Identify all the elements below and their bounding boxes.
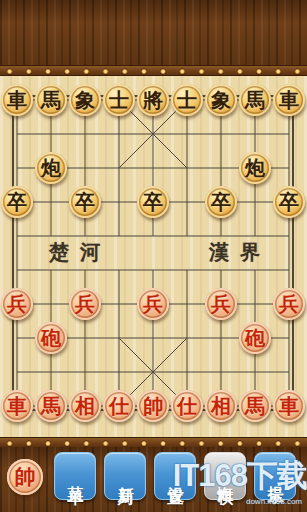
piece-glyph: 車 [279, 390, 299, 422]
board-cell-7-0[interactable] [0, 321, 34, 355]
settings-button[interactable]: 设置 [154, 452, 196, 500]
board-grid: 車馬象士將士象馬車炮炮卒卒卒卒卒兵兵兵兵兵砲砲車馬相仕帥仕相馬車 [0, 83, 306, 423]
board-cell-7-3[interactable] [102, 321, 136, 355]
board-cell-1-1[interactable] [34, 117, 68, 151]
board-cell-4-8[interactable] [272, 219, 306, 253]
piece-glyph: 兵 [7, 288, 27, 320]
board-cell-9-2[interactable]: 相 [68, 389, 102, 423]
piece-red-帥[interactable]: 帥 [137, 390, 169, 422]
board-cell-3-4[interactable]: 卒 [136, 185, 170, 219]
board-cell-5-5[interactable] [170, 253, 204, 287]
piece-red-相[interactable]: 相 [205, 390, 237, 422]
piece-glyph: 相 [211, 390, 231, 422]
turn-indicator-label: 帥 [15, 459, 36, 495]
piece-glyph: 兵 [211, 288, 231, 320]
board-cell-4-1[interactable] [34, 219, 68, 253]
board-cell-6-7[interactable] [238, 287, 272, 321]
piece-black-卒[interactable]: 卒 [1, 186, 33, 218]
piece-black-卒[interactable]: 卒 [69, 186, 101, 218]
board-cell-6-3[interactable] [102, 287, 136, 321]
undo-button-label: 悔棋 [215, 473, 236, 479]
piece-red-馬[interactable]: 馬 [239, 390, 271, 422]
board-cell-8-8[interactable] [272, 355, 306, 389]
settings-button-label: 设置 [165, 473, 186, 479]
piece-red-兵[interactable]: 兵 [69, 288, 101, 320]
board-cell-7-5[interactable] [170, 321, 204, 355]
piece-black-炮[interactable]: 炮 [239, 152, 271, 184]
board-cell-6-8[interactable]: 兵 [272, 287, 306, 321]
board-cell-1-5[interactable] [170, 117, 204, 151]
piece-black-象[interactable]: 象 [69, 84, 101, 116]
piece-black-馬[interactable]: 馬 [239, 84, 271, 116]
board-cell-9-4[interactable]: 帥 [136, 389, 170, 423]
piece-glyph: 炮 [245, 152, 265, 184]
board-cell-2-8[interactable] [272, 151, 306, 185]
board-cell-7-8[interactable] [272, 321, 306, 355]
board-cell-9-3[interactable]: 仕 [102, 389, 136, 423]
piece-red-兵[interactable]: 兵 [273, 288, 305, 320]
board-cell-7-6[interactable] [204, 321, 238, 355]
board-cell-4-3[interactable] [102, 219, 136, 253]
board-cell-0-0[interactable]: 車 [0, 83, 34, 117]
board-cell-6-2[interactable]: 兵 [68, 287, 102, 321]
board-cell-6-0[interactable]: 兵 [0, 287, 34, 321]
board-cell-0-6[interactable]: 象 [204, 83, 238, 117]
piece-glyph: 馬 [245, 390, 265, 422]
board-cell-9-5[interactable]: 仕 [170, 389, 204, 423]
piece-glyph: 車 [7, 84, 27, 116]
board-cell-1-3[interactable] [102, 117, 136, 151]
piece-black-馬[interactable]: 馬 [35, 84, 67, 116]
piece-red-仕[interactable]: 仕 [171, 390, 203, 422]
piece-glyph: 將 [143, 84, 163, 116]
piece-glyph: 砲 [245, 322, 265, 354]
board-cell-2-0[interactable] [0, 151, 34, 185]
board-cell-4-4[interactable] [136, 219, 170, 253]
piece-glyph: 仕 [109, 390, 129, 422]
piece-black-士[interactable]: 士 [103, 84, 135, 116]
piece-glyph: 馬 [41, 84, 61, 116]
board-cell-0-8[interactable]: 車 [272, 83, 306, 117]
board-cell-9-1[interactable]: 馬 [34, 389, 68, 423]
piece-glyph: 卒 [143, 186, 163, 218]
board-cell-2-6[interactable] [204, 151, 238, 185]
board-cell-6-4[interactable]: 兵 [136, 287, 170, 321]
piece-black-車[interactable]: 車 [273, 84, 305, 116]
piece-glyph: 卒 [75, 186, 95, 218]
board-cell-4-5[interactable] [170, 219, 204, 253]
menu-button-label: 菜单 [65, 473, 86, 479]
board-cell-3-3[interactable] [102, 185, 136, 219]
board-cell-5-8[interactable] [272, 253, 306, 287]
piece-glyph: 仕 [177, 390, 197, 422]
menu-button[interactable]: 菜单 [54, 452, 96, 500]
board-cell-8-2[interactable] [68, 355, 102, 389]
board-cell-3-0[interactable]: 卒 [0, 185, 34, 219]
board-cell-7-2[interactable] [68, 321, 102, 355]
board-cell-4-6[interactable] [204, 219, 238, 253]
piece-glyph: 砲 [41, 322, 61, 354]
piece-black-卒[interactable]: 卒 [273, 186, 305, 218]
board-cell-8-1[interactable] [34, 355, 68, 389]
piece-red-相[interactable]: 相 [69, 390, 101, 422]
piece-red-砲[interactable]: 砲 [239, 322, 271, 354]
piece-glyph: 馬 [41, 390, 61, 422]
board-cell-0-7[interactable]: 馬 [238, 83, 272, 117]
new-game-button[interactable]: 新局 [104, 452, 146, 500]
board-cell-6-6[interactable]: 兵 [204, 287, 238, 321]
piece-glyph: 車 [7, 390, 27, 422]
hint-button-label: 提示 [265, 473, 286, 479]
piece-red-砲[interactable]: 砲 [35, 322, 67, 354]
piece-glyph: 相 [75, 390, 95, 422]
xiangqi-app-screen: 楚河 漢界 車馬象士將士象馬車炮炮卒卒卒卒卒兵兵兵兵兵砲砲車馬相仕帥仕相馬車 帥… [0, 0, 307, 512]
piece-red-車[interactable]: 車 [1, 390, 33, 422]
piece-glyph: 車 [279, 84, 299, 116]
board-cell-0-5[interactable]: 士 [170, 83, 204, 117]
board-cell-3-7[interactable] [238, 185, 272, 219]
board-cell-4-7[interactable] [238, 219, 272, 253]
top-wood-panel [0, 0, 307, 65]
board-cell-4-2[interactable] [68, 219, 102, 253]
board-cell-9-6[interactable]: 相 [204, 389, 238, 423]
piece-red-兵[interactable]: 兵 [137, 288, 169, 320]
piece-black-士[interactable]: 士 [171, 84, 203, 116]
board-cell-4-0[interactable] [0, 219, 34, 253]
board-cell-7-4[interactable] [136, 321, 170, 355]
turn-indicator-piece: 帥 [7, 459, 43, 495]
bottom-toolbar: 帥 菜单 新局 设置 悔棋 提示 [0, 447, 307, 512]
board-cell-2-4[interactable] [136, 151, 170, 185]
top-rivet-strip [0, 65, 307, 76]
board-cell-5-0[interactable] [0, 253, 34, 287]
piece-black-車[interactable]: 車 [1, 84, 33, 116]
board-cell-2-3[interactable] [102, 151, 136, 185]
piece-black-卒[interactable]: 卒 [205, 186, 237, 218]
piece-glyph: 象 [75, 84, 95, 116]
piece-glyph: 士 [177, 84, 197, 116]
board-cell-3-6[interactable]: 卒 [204, 185, 238, 219]
board-cell-2-2[interactable] [68, 151, 102, 185]
board-cell-2-7[interactable]: 炮 [238, 151, 272, 185]
piece-black-炮[interactable]: 炮 [35, 152, 67, 184]
board-cell-5-6[interactable] [204, 253, 238, 287]
piece-glyph: 兵 [143, 288, 163, 320]
board-cell-0-3[interactable]: 士 [102, 83, 136, 117]
piece-red-馬[interactable]: 馬 [35, 390, 67, 422]
board-cell-5-7[interactable] [238, 253, 272, 287]
piece-glyph: 卒 [211, 186, 231, 218]
board-cell-0-2[interactable]: 象 [68, 83, 102, 117]
board-cell-8-6[interactable] [204, 355, 238, 389]
board-cell-8-7[interactable] [238, 355, 272, 389]
board-cell-1-6[interactable] [204, 117, 238, 151]
board-cell-8-5[interactable] [170, 355, 204, 389]
piece-glyph: 炮 [41, 152, 61, 184]
board-cell-9-8[interactable]: 車 [272, 389, 306, 423]
piece-glyph: 帥 [143, 390, 163, 422]
board-cell-8-0[interactable] [0, 355, 34, 389]
xiangqi-board[interactable]: 楚河 漢界 車馬象士將士象馬車炮炮卒卒卒卒卒兵兵兵兵兵砲砲車馬相仕帥仕相馬車 [0, 76, 307, 437]
piece-black-卒[interactable]: 卒 [137, 186, 169, 218]
new-game-button-label: 新局 [115, 473, 136, 479]
board-cell-8-3[interactable] [102, 355, 136, 389]
board-cell-9-0[interactable]: 車 [0, 389, 34, 423]
board-cell-1-7[interactable] [238, 117, 272, 151]
board-cell-6-1[interactable] [34, 287, 68, 321]
board-cell-1-0[interactable] [0, 117, 34, 151]
board-cell-5-4[interactable] [136, 253, 170, 287]
piece-glyph: 兵 [279, 288, 299, 320]
board-cell-1-4[interactable] [136, 117, 170, 151]
board-cell-2-5[interactable] [170, 151, 204, 185]
piece-glyph: 象 [211, 84, 231, 116]
board-cell-3-5[interactable] [170, 185, 204, 219]
board-cell-1-8[interactable] [272, 117, 306, 151]
board-cell-0-1[interactable]: 馬 [34, 83, 68, 117]
board-cell-7-7[interactable]: 砲 [238, 321, 272, 355]
board-cell-6-5[interactable] [170, 287, 204, 321]
board-cell-1-2[interactable] [68, 117, 102, 151]
piece-red-仕[interactable]: 仕 [103, 390, 135, 422]
board-cell-8-4[interactable] [136, 355, 170, 389]
piece-black-象[interactable]: 象 [205, 84, 237, 116]
piece-glyph: 兵 [75, 288, 95, 320]
board-cell-5-3[interactable] [102, 253, 136, 287]
board-cell-7-1[interactable]: 砲 [34, 321, 68, 355]
piece-red-兵[interactable]: 兵 [205, 288, 237, 320]
board-cell-3-8[interactable]: 卒 [272, 185, 306, 219]
piece-glyph: 士 [109, 84, 129, 116]
undo-button[interactable]: 悔棋 [204, 452, 246, 500]
board-cell-5-2[interactable] [68, 253, 102, 287]
board-cell-5-1[interactable] [34, 253, 68, 287]
piece-red-車[interactable]: 車 [273, 390, 305, 422]
piece-glyph: 卒 [279, 186, 299, 218]
piece-black-將[interactable]: 將 [137, 84, 169, 116]
board-cell-9-7[interactable]: 馬 [238, 389, 272, 423]
board-cell-3-1[interactable] [34, 185, 68, 219]
board-cell-3-2[interactable]: 卒 [68, 185, 102, 219]
board-cell-2-1[interactable]: 炮 [34, 151, 68, 185]
piece-red-兵[interactable]: 兵 [1, 288, 33, 320]
hint-button[interactable]: 提示 [254, 452, 296, 500]
piece-glyph: 馬 [245, 84, 265, 116]
board-cell-0-4[interactable]: 將 [136, 83, 170, 117]
piece-glyph: 卒 [7, 186, 27, 218]
